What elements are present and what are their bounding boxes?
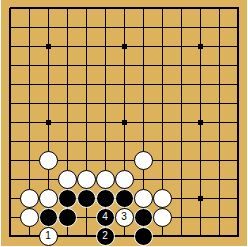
grid-vline	[237, 227, 239, 237]
black-stone	[96, 189, 115, 208]
intersection[interactable]	[58, 113, 77, 132]
grid-vline	[9, 189, 11, 208]
grid-vline	[162, 37, 163, 56]
grid-vline	[237, 8, 239, 18]
grid-hline	[10, 198, 20, 199]
intersection[interactable]	[58, 170, 77, 189]
intersection[interactable]	[172, 75, 191, 94]
white-stone	[153, 208, 172, 227]
intersection[interactable]	[77, 189, 96, 208]
grid-vline	[86, 56, 87, 75]
intersection[interactable]	[153, 56, 172, 75]
intersection[interactable]	[210, 37, 229, 56]
intersection[interactable]	[1, 132, 20, 151]
grid-vline	[200, 170, 201, 189]
grid-vline	[29, 151, 30, 170]
intersection[interactable]	[115, 94, 134, 113]
intersection[interactable]	[153, 18, 172, 37]
grid-vline	[124, 8, 125, 18]
black-stone	[134, 208, 153, 227]
intersection[interactable]	[20, 227, 39, 246]
grid-vline	[143, 75, 144, 94]
grid-vline	[200, 8, 201, 18]
intersection[interactable]	[58, 189, 77, 208]
grid-vline	[200, 151, 201, 170]
grid-vline	[29, 113, 30, 132]
intersection[interactable]	[172, 132, 191, 151]
grid-vline	[86, 113, 87, 132]
white-stone	[96, 170, 115, 189]
intersection[interactable]	[210, 18, 229, 37]
grid-vline	[162, 170, 163, 189]
star-point	[122, 120, 127, 125]
intersection[interactable]	[115, 227, 134, 246]
intersection[interactable]	[191, 75, 210, 94]
intersection[interactable]: 3	[115, 208, 134, 227]
intersection[interactable]	[153, 227, 172, 246]
grid-vline	[48, 94, 49, 113]
intersection[interactable]	[153, 37, 172, 56]
grid-vline	[48, 18, 49, 37]
intersection[interactable]	[1, 151, 20, 170]
intersection[interactable]	[229, 94, 248, 113]
grid-vline	[200, 75, 201, 94]
intersection[interactable]	[134, 189, 153, 208]
grid-vline	[237, 94, 239, 113]
intersection[interactable]	[229, 227, 248, 246]
white-stone: 1	[39, 227, 58, 246]
grid-vline	[48, 8, 49, 18]
intersection[interactable]	[229, 132, 248, 151]
intersection[interactable]	[172, 0, 191, 18]
intersection[interactable]	[96, 37, 115, 56]
grid-vline	[219, 208, 220, 227]
intersection[interactable]	[191, 208, 210, 227]
intersection[interactable]	[1, 113, 20, 132]
intersection[interactable]	[77, 227, 96, 246]
intersection[interactable]	[191, 227, 210, 246]
intersection[interactable]	[172, 113, 191, 132]
intersection[interactable]	[20, 132, 39, 151]
intersection[interactable]	[39, 94, 58, 113]
intersection[interactable]	[153, 0, 172, 18]
intersection[interactable]	[96, 0, 115, 18]
grid-hline	[10, 84, 20, 85]
intersection[interactable]	[96, 75, 115, 94]
intersection[interactable]	[191, 0, 210, 18]
intersection[interactable]	[77, 208, 96, 227]
intersection[interactable]	[39, 37, 58, 56]
grid-vline	[237, 208, 239, 227]
intersection[interactable]	[1, 94, 20, 113]
intersection[interactable]	[191, 132, 210, 151]
grid-vline	[200, 56, 201, 75]
intersection[interactable]	[20, 208, 39, 227]
intersection[interactable]	[58, 56, 77, 75]
intersection[interactable]	[172, 94, 191, 113]
grid-vline	[219, 56, 220, 75]
intersection[interactable]	[115, 151, 134, 170]
grid-vline	[29, 37, 30, 56]
intersection[interactable]	[39, 151, 58, 170]
grid-vline	[143, 113, 144, 132]
white-stone	[77, 170, 96, 189]
intersection[interactable]	[39, 132, 58, 151]
grid-vline	[29, 94, 30, 113]
intersection[interactable]	[77, 113, 96, 132]
intersection[interactable]	[229, 18, 248, 37]
grid-hline	[10, 7, 20, 9]
intersection[interactable]	[210, 170, 229, 189]
grid-vline	[237, 56, 239, 75]
intersection[interactable]	[20, 113, 39, 132]
intersection[interactable]	[191, 94, 210, 113]
intersection[interactable]	[134, 0, 153, 18]
intersection[interactable]	[191, 151, 210, 170]
grid-vline	[67, 37, 68, 56]
intersection[interactable]	[191, 18, 210, 37]
grid-vline	[105, 132, 106, 151]
intersection[interactable]	[39, 75, 58, 94]
intersection[interactable]	[153, 132, 172, 151]
intersection[interactable]	[229, 75, 248, 94]
intersection[interactable]	[1, 189, 20, 208]
intersection[interactable]	[153, 113, 172, 132]
grid-vline	[162, 132, 163, 151]
white-stone	[58, 170, 77, 189]
intersection[interactable]	[134, 56, 153, 75]
intersection[interactable]	[115, 189, 134, 208]
intersection[interactable]	[115, 75, 134, 94]
black-stone	[39, 208, 58, 227]
intersection[interactable]	[1, 170, 20, 189]
intersection[interactable]	[210, 0, 229, 18]
intersection[interactable]	[96, 94, 115, 113]
intersection[interactable]	[1, 208, 20, 227]
intersection[interactable]	[20, 18, 39, 37]
intersection[interactable]	[77, 94, 96, 113]
intersection[interactable]	[96, 113, 115, 132]
intersection[interactable]	[153, 189, 172, 208]
grid-hline	[10, 160, 20, 161]
grid-vline	[124, 18, 125, 37]
grid-vline	[219, 8, 220, 18]
intersection[interactable]	[39, 0, 58, 18]
intersection[interactable]	[134, 37, 153, 56]
grid-vline	[9, 94, 11, 113]
white-stone	[153, 189, 172, 208]
intersection[interactable]	[39, 18, 58, 37]
grid-vline	[86, 227, 87, 237]
grid-vline	[162, 113, 163, 132]
intersection[interactable]	[20, 170, 39, 189]
intersection[interactable]	[115, 18, 134, 37]
intersection[interactable]	[172, 227, 191, 246]
grid-vline	[143, 8, 144, 18]
intersection[interactable]	[229, 0, 248, 18]
intersection[interactable]: 2	[96, 227, 115, 246]
grid-vline	[162, 75, 163, 94]
grid-hline	[10, 179, 20, 180]
grid-vline	[9, 208, 11, 227]
grid-vline	[162, 151, 163, 170]
intersection[interactable]	[20, 37, 39, 56]
grid-vline	[143, 56, 144, 75]
grid-vline	[181, 113, 182, 132]
intersection[interactable]	[134, 227, 153, 246]
intersection[interactable]	[134, 208, 153, 227]
intersection[interactable]	[210, 113, 229, 132]
grid-vline	[162, 227, 163, 237]
black-stone: 2	[96, 227, 115, 246]
intersection[interactable]	[1, 75, 20, 94]
intersection[interactable]	[58, 0, 77, 18]
white-stone	[134, 189, 153, 208]
grid-vline	[237, 37, 239, 56]
intersection[interactable]	[210, 227, 229, 246]
intersection[interactable]	[172, 189, 191, 208]
intersection[interactable]	[20, 56, 39, 75]
intersection[interactable]	[96, 18, 115, 37]
intersection[interactable]	[96, 189, 115, 208]
white-stone	[115, 170, 134, 189]
grid-vline	[29, 8, 30, 18]
black-stone	[115, 189, 134, 208]
go-diagram: 4312	[0, 0, 247, 247]
intersection[interactable]	[229, 170, 248, 189]
grid-hline	[10, 122, 20, 123]
intersection[interactable]	[172, 170, 191, 189]
grid-vline	[67, 113, 68, 132]
intersection[interactable]	[172, 56, 191, 75]
intersection[interactable]	[134, 18, 153, 37]
grid-vline	[105, 56, 106, 75]
grid-vline	[200, 227, 201, 237]
intersection[interactable]	[39, 170, 58, 189]
grid-hline	[10, 217, 20, 218]
intersection[interactable]	[58, 151, 77, 170]
intersection[interactable]	[58, 75, 77, 94]
white-stone	[20, 189, 39, 208]
grid-vline	[29, 18, 30, 37]
grid-vline	[219, 94, 220, 113]
intersection[interactable]	[58, 227, 77, 246]
grid-vline	[67, 18, 68, 37]
intersection[interactable]	[77, 37, 96, 56]
grid-vline	[219, 227, 220, 237]
intersection[interactable]	[134, 113, 153, 132]
intersection[interactable]	[1, 56, 20, 75]
intersection[interactable]	[115, 56, 134, 75]
intersection[interactable]	[115, 170, 134, 189]
intersection[interactable]	[153, 208, 172, 227]
intersection[interactable]	[77, 170, 96, 189]
grid-vline	[237, 170, 239, 189]
intersection[interactable]	[1, 0, 20, 18]
intersection[interactable]	[39, 208, 58, 227]
grid-vline	[200, 18, 201, 37]
grid-vline	[86, 208, 87, 227]
grid-vline	[9, 37, 11, 56]
grid-vline	[86, 37, 87, 56]
intersection[interactable]	[58, 37, 77, 56]
intersection[interactable]	[153, 75, 172, 94]
black-stone	[77, 189, 96, 208]
intersection[interactable]: 4	[96, 208, 115, 227]
grid-vline	[143, 132, 144, 151]
move-number-label: 3	[121, 212, 127, 222]
intersection[interactable]	[20, 189, 39, 208]
grid-hline	[10, 65, 20, 66]
grid-vline	[181, 170, 182, 189]
intersection[interactable]	[96, 132, 115, 151]
intersection[interactable]	[210, 56, 229, 75]
grid-vline	[200, 94, 201, 113]
white-stone: 3	[115, 208, 134, 227]
intersection[interactable]	[96, 170, 115, 189]
grid-vline	[181, 8, 182, 18]
intersection[interactable]	[210, 189, 229, 208]
grid-vline	[219, 170, 220, 189]
intersection[interactable]	[20, 75, 39, 94]
intersection[interactable]	[134, 132, 153, 151]
intersection[interactable]	[191, 189, 210, 208]
intersection[interactable]	[96, 56, 115, 75]
intersection[interactable]	[172, 18, 191, 37]
intersection[interactable]	[77, 56, 96, 75]
grid-vline	[237, 75, 239, 94]
intersection[interactable]	[210, 75, 229, 94]
grid-vline	[105, 151, 106, 170]
grid-vline	[105, 37, 106, 56]
intersection[interactable]	[191, 37, 210, 56]
intersection[interactable]	[134, 170, 153, 189]
grid-vline	[181, 189, 182, 208]
intersection[interactable]	[191, 170, 210, 189]
intersection[interactable]	[229, 151, 248, 170]
grid-vline	[48, 170, 49, 189]
grid-vline	[162, 18, 163, 37]
grid-vline	[86, 8, 87, 18]
intersection[interactable]	[153, 94, 172, 113]
grid-vline	[124, 94, 125, 113]
intersection[interactable]	[77, 18, 96, 37]
intersection[interactable]	[191, 56, 210, 75]
intersection[interactable]	[96, 151, 115, 170]
grid-vline	[105, 113, 106, 132]
intersection[interactable]	[58, 18, 77, 37]
white-stone	[134, 151, 153, 170]
grid-vline	[86, 132, 87, 151]
intersection[interactable]	[172, 208, 191, 227]
intersection[interactable]: 1	[39, 227, 58, 246]
grid-vline	[219, 37, 220, 56]
intersection[interactable]	[210, 132, 229, 151]
grid-vline	[237, 132, 239, 151]
grid-vline	[143, 170, 144, 189]
intersection[interactable]	[20, 94, 39, 113]
intersection[interactable]	[115, 0, 134, 18]
intersection[interactable]	[229, 208, 248, 227]
intersection[interactable]	[115, 37, 134, 56]
intersection[interactable]	[229, 37, 248, 56]
intersection[interactable]	[20, 0, 39, 18]
move-number-label: 1	[45, 231, 51, 241]
star-point	[46, 44, 51, 49]
intersection[interactable]	[77, 75, 96, 94]
intersection[interactable]	[1, 37, 20, 56]
grid-hline	[10, 103, 20, 104]
grid-vline	[237, 113, 239, 132]
intersection[interactable]	[229, 189, 248, 208]
intersection[interactable]	[1, 18, 20, 37]
intersection[interactable]	[134, 151, 153, 170]
intersection[interactable]	[153, 170, 172, 189]
grid-hline	[10, 141, 20, 142]
intersection[interactable]	[134, 75, 153, 94]
grid-vline	[237, 189, 239, 208]
intersection[interactable]	[39, 189, 58, 208]
grid-vline	[67, 56, 68, 75]
intersection[interactable]	[77, 0, 96, 18]
grid-vline	[181, 151, 182, 170]
intersection[interactable]	[210, 151, 229, 170]
star-point	[198, 196, 203, 201]
grid-vline	[67, 94, 68, 113]
grid-hline	[10, 27, 20, 28]
grid-vline	[9, 151, 11, 170]
intersection[interactable]	[77, 132, 96, 151]
grid-vline	[48, 132, 49, 151]
grid-vline	[9, 8, 11, 18]
intersection[interactable]	[1, 227, 20, 246]
intersection[interactable]	[39, 113, 58, 132]
star-point	[46, 120, 51, 125]
intersection[interactable]	[172, 151, 191, 170]
star-point	[122, 44, 127, 49]
intersection[interactable]	[39, 56, 58, 75]
intersection[interactable]	[58, 94, 77, 113]
grid-hline	[10, 235, 20, 237]
intersection[interactable]	[115, 113, 134, 132]
grid-vline	[9, 170, 11, 189]
intersection[interactable]	[153, 151, 172, 170]
grid-vline	[124, 75, 125, 94]
intersection[interactable]	[191, 113, 210, 132]
grid-vline	[181, 132, 182, 151]
intersection[interactable]	[20, 151, 39, 170]
intersection[interactable]	[229, 56, 248, 75]
intersection[interactable]	[229, 113, 248, 132]
grid-vline	[86, 94, 87, 113]
intersection[interactable]	[210, 94, 229, 113]
white-stone	[39, 151, 58, 170]
grid-vline	[181, 227, 182, 237]
intersection[interactable]	[210, 208, 229, 227]
intersection[interactable]	[58, 208, 77, 227]
grid-vline	[219, 151, 220, 170]
grid-vline	[237, 18, 239, 37]
intersection[interactable]	[58, 132, 77, 151]
intersection[interactable]	[134, 94, 153, 113]
grid-vline	[29, 227, 30, 237]
intersection[interactable]	[115, 132, 134, 151]
grid-vline	[219, 18, 220, 37]
intersection[interactable]	[77, 151, 96, 170]
intersection[interactable]	[172, 37, 191, 56]
grid-vline	[86, 75, 87, 94]
white-stone	[39, 189, 58, 208]
